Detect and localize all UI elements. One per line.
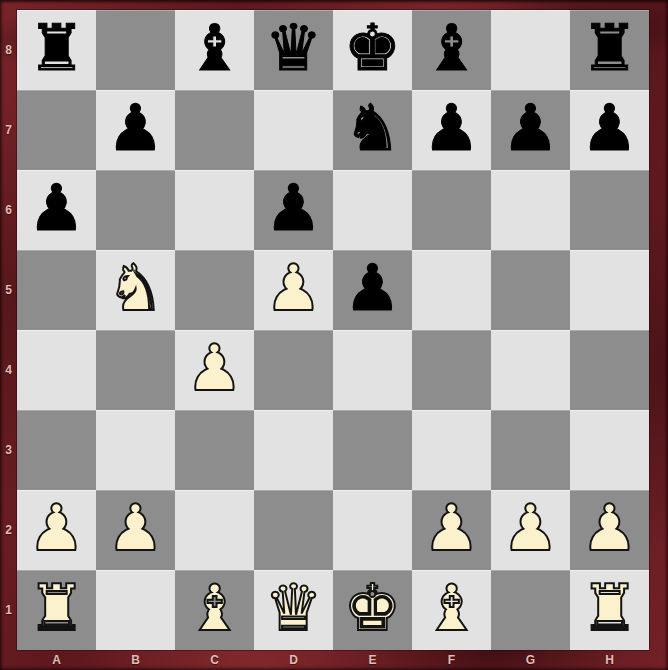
square-b7[interactable]: ♟ xyxy=(96,90,175,170)
square-f6[interactable] xyxy=(412,170,491,250)
rank-label-8: 8 xyxy=(0,10,17,90)
square-d7[interactable] xyxy=(254,90,333,170)
square-e1[interactable]: ♚ xyxy=(333,570,412,650)
square-d4[interactable] xyxy=(254,330,333,410)
square-a2[interactable]: ♟ xyxy=(17,490,96,570)
file-label-d: D xyxy=(254,650,333,670)
piece-black-queen: ♛ xyxy=(265,16,322,80)
square-h4[interactable] xyxy=(570,330,649,410)
piece-white-pawn: ♟ xyxy=(502,496,559,560)
rank-label-1: 1 xyxy=(0,570,17,650)
square-b6[interactable] xyxy=(96,170,175,250)
square-a3[interactable] xyxy=(17,410,96,490)
square-b3[interactable] xyxy=(96,410,175,490)
piece-black-pawn: ♟ xyxy=(107,96,164,160)
square-d2[interactable] xyxy=(254,490,333,570)
piece-black-pawn: ♟ xyxy=(423,96,480,160)
rank-label-3: 3 xyxy=(0,410,17,490)
piece-black-pawn: ♟ xyxy=(581,96,638,160)
square-d1[interactable]: ♛ xyxy=(254,570,333,650)
file-label-h: H xyxy=(570,650,649,670)
piece-black-bishop: ♝ xyxy=(186,16,243,80)
piece-white-rook: ♜ xyxy=(28,576,85,640)
square-h3[interactable] xyxy=(570,410,649,490)
square-h5[interactable] xyxy=(570,250,649,330)
file-labels: ABCDEFGH xyxy=(17,650,649,670)
square-b4[interactable] xyxy=(96,330,175,410)
square-b5[interactable]: ♞ xyxy=(96,250,175,330)
square-e4[interactable] xyxy=(333,330,412,410)
square-b2[interactable]: ♟ xyxy=(96,490,175,570)
piece-white-queen: ♛ xyxy=(265,576,322,640)
square-f5[interactable] xyxy=(412,250,491,330)
piece-white-pawn: ♟ xyxy=(186,336,243,400)
square-g5[interactable] xyxy=(491,250,570,330)
square-g8[interactable] xyxy=(491,10,570,90)
piece-white-knight: ♞ xyxy=(107,256,164,320)
rank-label-4: 4 xyxy=(0,330,17,410)
piece-white-bishop: ♝ xyxy=(423,576,480,640)
piece-white-pawn: ♟ xyxy=(423,496,480,560)
rank-label-6: 6 xyxy=(0,170,17,250)
piece-white-bishop: ♝ xyxy=(186,576,243,640)
square-c8[interactable]: ♝ xyxy=(175,10,254,90)
piece-white-pawn: ♟ xyxy=(107,496,164,560)
square-c5[interactable] xyxy=(175,250,254,330)
square-f1[interactable]: ♝ xyxy=(412,570,491,650)
square-h7[interactable]: ♟ xyxy=(570,90,649,170)
square-a8[interactable]: ♜ xyxy=(17,10,96,90)
square-a6[interactable]: ♟ xyxy=(17,170,96,250)
file-label-g: G xyxy=(491,650,570,670)
piece-black-pawn: ♟ xyxy=(28,176,85,240)
square-f8[interactable]: ♝ xyxy=(412,10,491,90)
square-g1[interactable] xyxy=(491,570,570,650)
file-label-e: E xyxy=(333,650,412,670)
square-g6[interactable] xyxy=(491,170,570,250)
square-f3[interactable] xyxy=(412,410,491,490)
piece-black-knight: ♞ xyxy=(344,96,401,160)
square-f2[interactable]: ♟ xyxy=(412,490,491,570)
square-e5[interactable]: ♟ xyxy=(333,250,412,330)
piece-white-king: ♚ xyxy=(344,576,401,640)
square-f7[interactable]: ♟ xyxy=(412,90,491,170)
square-c3[interactable] xyxy=(175,410,254,490)
square-c1[interactable]: ♝ xyxy=(175,570,254,650)
square-c2[interactable] xyxy=(175,490,254,570)
piece-black-rook: ♜ xyxy=(28,16,85,80)
square-d8[interactable]: ♛ xyxy=(254,10,333,90)
square-e8[interactable]: ♚ xyxy=(333,10,412,90)
file-label-c: C xyxy=(175,650,254,670)
square-g7[interactable]: ♟ xyxy=(491,90,570,170)
square-a1[interactable]: ♜ xyxy=(17,570,96,650)
square-a4[interactable] xyxy=(17,330,96,410)
rank-label-7: 7 xyxy=(0,90,17,170)
square-h6[interactable] xyxy=(570,170,649,250)
square-e6[interactable] xyxy=(333,170,412,250)
piece-white-pawn: ♟ xyxy=(265,256,322,320)
piece-white-rook: ♜ xyxy=(581,576,638,640)
piece-black-pawn: ♟ xyxy=(502,96,559,160)
piece-black-king: ♚ xyxy=(344,16,401,80)
square-a7[interactable] xyxy=(17,90,96,170)
square-d6[interactable]: ♟ xyxy=(254,170,333,250)
rank-labels: 87654321 xyxy=(0,10,17,650)
square-b1[interactable] xyxy=(96,570,175,650)
square-c7[interactable] xyxy=(175,90,254,170)
square-h8[interactable]: ♜ xyxy=(570,10,649,90)
piece-black-pawn: ♟ xyxy=(344,256,401,320)
square-e2[interactable] xyxy=(333,490,412,570)
square-d3[interactable] xyxy=(254,410,333,490)
board-frame: 87654321 ♜♝♛♚♝♜♟♞♟♟♟♟♟♞♟♟♟♟♟♟♟♟♜♝♛♚♝♜ AB… xyxy=(0,0,668,670)
file-label-b: B xyxy=(96,650,175,670)
square-g3[interactable] xyxy=(491,410,570,490)
square-c4[interactable]: ♟ xyxy=(175,330,254,410)
piece-white-pawn: ♟ xyxy=(581,496,638,560)
rank-label-5: 5 xyxy=(0,250,17,330)
chess-board: ♜♝♛♚♝♜♟♞♟♟♟♟♟♞♟♟♟♟♟♟♟♟♜♝♛♚♝♜ xyxy=(17,10,649,650)
square-e3[interactable] xyxy=(333,410,412,490)
square-g4[interactable] xyxy=(491,330,570,410)
square-h2[interactable]: ♟ xyxy=(570,490,649,570)
square-d5[interactable]: ♟ xyxy=(254,250,333,330)
piece-black-rook: ♜ xyxy=(581,16,638,80)
piece-black-bishop: ♝ xyxy=(423,16,480,80)
square-a5[interactable] xyxy=(17,250,96,330)
square-f4[interactable] xyxy=(412,330,491,410)
piece-white-pawn: ♟ xyxy=(28,496,85,560)
rank-label-2: 2 xyxy=(0,490,17,570)
square-h1[interactable]: ♜ xyxy=(570,570,649,650)
square-c6[interactable] xyxy=(175,170,254,250)
piece-black-pawn: ♟ xyxy=(265,176,322,240)
square-g2[interactable]: ♟ xyxy=(491,490,570,570)
file-label-a: A xyxy=(17,650,96,670)
square-b8[interactable] xyxy=(96,10,175,90)
square-e7[interactable]: ♞ xyxy=(333,90,412,170)
file-label-f: F xyxy=(412,650,491,670)
